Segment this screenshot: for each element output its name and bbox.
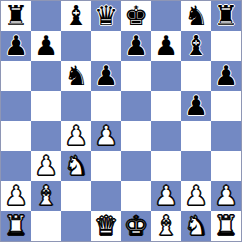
square-g2[interactable]: ♟	[181, 181, 211, 211]
square-d7[interactable]	[91, 31, 121, 61]
square-h5[interactable]	[211, 91, 241, 121]
square-a8[interactable]: ♜	[1, 1, 31, 31]
piece-black-rook: ♜	[214, 1, 238, 31]
square-b1[interactable]	[31, 211, 61, 241]
square-e8[interactable]: ♚	[121, 1, 151, 31]
piece-white-pawn: ♟	[94, 121, 118, 151]
square-b6[interactable]	[31, 61, 61, 91]
square-d8[interactable]: ♛	[91, 1, 121, 31]
piece-black-bishop: ♝	[64, 1, 88, 31]
piece-black-pawn: ♟	[4, 31, 28, 61]
square-b7[interactable]: ♟	[31, 31, 61, 61]
square-a1[interactable]: ♜	[1, 211, 31, 241]
square-f2[interactable]: ♟	[151, 181, 181, 211]
square-b3[interactable]: ♟	[31, 151, 61, 181]
square-a3[interactable]	[1, 151, 31, 181]
square-c6[interactable]: ♞	[61, 61, 91, 91]
piece-white-pawn: ♟	[184, 181, 208, 211]
square-f6[interactable]	[151, 61, 181, 91]
square-c3[interactable]: ♞	[61, 151, 91, 181]
square-h1[interactable]: ♜	[211, 211, 241, 241]
piece-black-pawn: ♟	[184, 91, 208, 121]
square-g7[interactable]: ♝	[181, 31, 211, 61]
square-e2[interactable]	[121, 181, 151, 211]
square-c1[interactable]	[61, 211, 91, 241]
piece-white-pawn: ♟	[214, 181, 238, 211]
square-g1[interactable]: ♞	[181, 211, 211, 241]
square-d5[interactable]	[91, 91, 121, 121]
square-g3[interactable]	[181, 151, 211, 181]
square-e4[interactable]	[121, 121, 151, 151]
piece-white-pawn: ♟	[34, 151, 58, 181]
square-f3[interactable]	[151, 151, 181, 181]
square-g8[interactable]: ♞	[181, 1, 211, 31]
piece-white-king: ♚	[124, 211, 148, 241]
piece-white-knight: ♞	[64, 151, 88, 181]
square-e1[interactable]: ♚	[121, 211, 151, 241]
square-h7[interactable]	[211, 31, 241, 61]
square-d3[interactable]	[91, 151, 121, 181]
square-b4[interactable]	[31, 121, 61, 151]
square-b5[interactable]	[31, 91, 61, 121]
square-h4[interactable]	[211, 121, 241, 151]
square-c4[interactable]: ♟	[61, 121, 91, 151]
square-e5[interactable]	[121, 91, 151, 121]
chess-board: ♜♝♛♚♞♜♟♟♟♟♝♞♟♟♟♟♟♟♞♟♝♟♟♟♜♛♚♝♞♜	[0, 0, 242, 242]
square-f1[interactable]: ♝	[151, 211, 181, 241]
piece-white-pawn: ♟	[154, 181, 178, 211]
piece-white-pawn: ♟	[4, 181, 28, 211]
square-g6[interactable]	[181, 61, 211, 91]
square-f4[interactable]	[151, 121, 181, 151]
square-a5[interactable]	[1, 91, 31, 121]
square-e7[interactable]: ♟	[121, 31, 151, 61]
piece-black-pawn: ♟	[214, 61, 238, 91]
square-a7[interactable]: ♟	[1, 31, 31, 61]
square-h6[interactable]: ♟	[211, 61, 241, 91]
square-g4[interactable]	[181, 121, 211, 151]
piece-white-pawn: ♟	[64, 121, 88, 151]
square-h8[interactable]: ♜	[211, 1, 241, 31]
square-a4[interactable]	[1, 121, 31, 151]
piece-white-rook: ♜	[4, 211, 28, 241]
piece-white-queen: ♛	[94, 211, 118, 241]
piece-black-pawn: ♟	[124, 31, 148, 61]
square-c5[interactable]	[61, 91, 91, 121]
square-c8[interactable]: ♝	[61, 1, 91, 31]
piece-black-pawn: ♟	[34, 31, 58, 61]
square-c2[interactable]	[61, 181, 91, 211]
square-d1[interactable]: ♛	[91, 211, 121, 241]
piece-black-rook: ♜	[4, 1, 28, 31]
piece-black-knight: ♞	[184, 1, 208, 31]
square-h3[interactable]	[211, 151, 241, 181]
square-d6[interactable]: ♟	[91, 61, 121, 91]
piece-black-king: ♚	[124, 1, 148, 31]
square-g5[interactable]: ♟	[181, 91, 211, 121]
piece-black-bishop: ♝	[184, 31, 208, 61]
square-c7[interactable]	[61, 31, 91, 61]
piece-white-knight: ♞	[184, 211, 208, 241]
square-f7[interactable]: ♟	[151, 31, 181, 61]
square-d4[interactable]: ♟	[91, 121, 121, 151]
piece-black-queen: ♛	[94, 1, 118, 31]
piece-white-bishop: ♝	[154, 211, 178, 241]
piece-white-rook: ♜	[214, 211, 238, 241]
square-b2[interactable]: ♝	[31, 181, 61, 211]
square-f5[interactable]	[151, 91, 181, 121]
square-a6[interactable]	[1, 61, 31, 91]
square-f8[interactable]	[151, 1, 181, 31]
square-e3[interactable]	[121, 151, 151, 181]
piece-black-pawn: ♟	[94, 61, 118, 91]
square-d2[interactable]	[91, 181, 121, 211]
square-h2[interactable]: ♟	[211, 181, 241, 211]
square-b8[interactable]	[31, 1, 61, 31]
piece-white-bishop: ♝	[34, 181, 58, 211]
square-e6[interactable]	[121, 61, 151, 91]
square-a2[interactable]: ♟	[1, 181, 31, 211]
piece-black-knight: ♞	[64, 61, 88, 91]
piece-black-pawn: ♟	[154, 31, 178, 61]
